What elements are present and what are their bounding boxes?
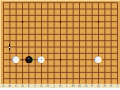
i-beam-cursor-icon xyxy=(9,44,11,50)
column-coordinate-labels: ABCDEFGHJKLMNOPQRST xyxy=(0,84,120,88)
star-point xyxy=(21,59,23,61)
column-label: T xyxy=(114,84,120,88)
go-board[interactable]: ●●●● xyxy=(0,0,120,84)
board-edge-highlight-top xyxy=(0,0,120,1)
star-point xyxy=(59,21,61,23)
app-window: ●●●● ABCDEFGHJKLMNOPQRST xyxy=(0,0,120,90)
star-point xyxy=(21,21,23,23)
board-grid xyxy=(0,0,120,84)
star-point xyxy=(59,59,61,61)
board-edge-highlight-left xyxy=(0,0,1,84)
star-point xyxy=(97,21,99,23)
